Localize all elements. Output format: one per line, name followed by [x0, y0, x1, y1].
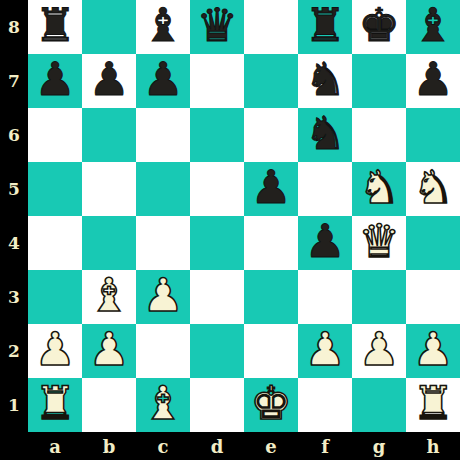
- square-a8[interactable]: ♜: [28, 0, 82, 54]
- square-f2[interactable]: ♟: [298, 324, 352, 378]
- square-a7[interactable]: ♟: [28, 54, 82, 108]
- piece-white-king[interactable]: ♚: [250, 380, 291, 426]
- piece-white-pawn[interactable]: ♟: [304, 326, 345, 372]
- piece-black-pawn[interactable]: ♟: [34, 56, 75, 102]
- square-b4[interactable]: [82, 216, 136, 270]
- piece-white-queen[interactable]: ♛: [358, 218, 399, 264]
- square-c6[interactable]: [136, 108, 190, 162]
- piece-black-queen[interactable]: ♛: [196, 2, 237, 48]
- square-e6[interactable]: [244, 108, 298, 162]
- square-d5[interactable]: [190, 162, 244, 216]
- square-a5[interactable]: [28, 162, 82, 216]
- piece-black-pawn[interactable]: ♟: [304, 218, 345, 264]
- square-a6[interactable]: [28, 108, 82, 162]
- square-g4[interactable]: ♛: [352, 216, 406, 270]
- square-c1[interactable]: ♝: [136, 378, 190, 432]
- square-d7[interactable]: [190, 54, 244, 108]
- square-c8[interactable]: ♝: [136, 0, 190, 54]
- square-h5[interactable]: ♞: [406, 162, 460, 216]
- square-b7[interactable]: ♟: [82, 54, 136, 108]
- square-a2[interactable]: ♟: [28, 324, 82, 378]
- square-b8[interactable]: [82, 0, 136, 54]
- piece-white-knight[interactable]: ♞: [412, 164, 453, 210]
- square-c2[interactable]: [136, 324, 190, 378]
- rank-label-7: 7: [0, 54, 28, 108]
- piece-black-rook[interactable]: ♜: [34, 2, 75, 48]
- piece-white-pawn[interactable]: ♟: [88, 326, 129, 372]
- square-e7[interactable]: [244, 54, 298, 108]
- chess-board-frame: 8♜♝♛♜♚♝7♟♟♟♞♟6♞5♟♞♞4♟♛3♝♟2♟♟♟♟♟1♜♝♚♜abcd…: [0, 0, 460, 460]
- square-g6[interactable]: [352, 108, 406, 162]
- square-c4[interactable]: [136, 216, 190, 270]
- piece-white-knight[interactable]: ♞: [358, 164, 399, 210]
- file-label-d: d: [190, 432, 244, 460]
- square-c7[interactable]: ♟: [136, 54, 190, 108]
- rank-label-4: 4: [0, 216, 28, 270]
- square-d3[interactable]: [190, 270, 244, 324]
- square-g2[interactable]: ♟: [352, 324, 406, 378]
- square-b1[interactable]: [82, 378, 136, 432]
- square-b5[interactable]: [82, 162, 136, 216]
- piece-black-bishop[interactable]: ♝: [142, 2, 183, 48]
- piece-white-pawn[interactable]: ♟: [358, 326, 399, 372]
- piece-white-pawn[interactable]: ♟: [34, 326, 75, 372]
- square-b2[interactable]: ♟: [82, 324, 136, 378]
- piece-black-pawn[interactable]: ♟: [88, 56, 129, 102]
- square-f3[interactable]: [298, 270, 352, 324]
- square-e1[interactable]: ♚: [244, 378, 298, 432]
- square-b3[interactable]: ♝: [82, 270, 136, 324]
- piece-black-knight[interactable]: ♞: [304, 56, 345, 102]
- rank-label-8: 8: [0, 0, 28, 54]
- square-h7[interactable]: ♟: [406, 54, 460, 108]
- square-f1[interactable]: [298, 378, 352, 432]
- piece-black-knight[interactable]: ♞: [304, 110, 345, 156]
- chess-board: 8♜♝♛♜♚♝7♟♟♟♞♟6♞5♟♞♞4♟♛3♝♟2♟♟♟♟♟1♜♝♚♜abcd…: [0, 0, 460, 460]
- piece-white-bishop[interactable]: ♝: [142, 380, 183, 426]
- rank-label-6: 6: [0, 108, 28, 162]
- file-label-a: a: [28, 432, 82, 460]
- square-f8[interactable]: ♜: [298, 0, 352, 54]
- piece-black-king[interactable]: ♚: [358, 2, 399, 48]
- square-f7[interactable]: ♞: [298, 54, 352, 108]
- square-b6[interactable]: [82, 108, 136, 162]
- square-a4[interactable]: [28, 216, 82, 270]
- square-e8[interactable]: [244, 0, 298, 54]
- square-g3[interactable]: [352, 270, 406, 324]
- square-f4[interactable]: ♟: [298, 216, 352, 270]
- piece-black-pawn[interactable]: ♟: [412, 56, 453, 102]
- square-e5[interactable]: ♟: [244, 162, 298, 216]
- square-h1[interactable]: ♜: [406, 378, 460, 432]
- file-label-c: c: [136, 432, 190, 460]
- piece-white-rook[interactable]: ♜: [412, 380, 453, 426]
- square-d8[interactable]: ♛: [190, 0, 244, 54]
- piece-black-rook[interactable]: ♜: [304, 2, 345, 48]
- square-a3[interactable]: [28, 270, 82, 324]
- square-d6[interactable]: [190, 108, 244, 162]
- piece-white-bishop[interactable]: ♝: [88, 272, 129, 318]
- piece-black-pawn[interactable]: ♟: [142, 56, 183, 102]
- file-label-h: h: [406, 432, 460, 460]
- square-h3[interactable]: [406, 270, 460, 324]
- rank-label-1: 1: [0, 378, 28, 432]
- square-f6[interactable]: ♞: [298, 108, 352, 162]
- piece-white-rook[interactable]: ♜: [34, 380, 75, 426]
- square-c5[interactable]: [136, 162, 190, 216]
- file-label-g: g: [352, 432, 406, 460]
- file-label-e: e: [244, 432, 298, 460]
- square-g1[interactable]: [352, 378, 406, 432]
- square-f5[interactable]: [298, 162, 352, 216]
- square-e3[interactable]: [244, 270, 298, 324]
- piece-black-pawn[interactable]: ♟: [250, 164, 291, 210]
- square-d2[interactable]: [190, 324, 244, 378]
- square-a1[interactable]: ♜: [28, 378, 82, 432]
- square-h4[interactable]: [406, 216, 460, 270]
- square-d4[interactable]: [190, 216, 244, 270]
- file-label-f: f: [298, 432, 352, 460]
- piece-white-pawn[interactable]: ♟: [412, 326, 453, 372]
- square-h6[interactable]: [406, 108, 460, 162]
- rank-label-2: 2: [0, 324, 28, 378]
- rank-label-3: 3: [0, 270, 28, 324]
- square-h2[interactable]: ♟: [406, 324, 460, 378]
- file-label-b: b: [82, 432, 136, 460]
- square-e4[interactable]: [244, 216, 298, 270]
- square-g8[interactable]: ♚: [352, 0, 406, 54]
- square-g5[interactable]: ♞: [352, 162, 406, 216]
- square-g7[interactable]: [352, 54, 406, 108]
- square-c3[interactable]: ♟: [136, 270, 190, 324]
- square-d1[interactable]: [190, 378, 244, 432]
- square-e2[interactable]: [244, 324, 298, 378]
- rank-label-5: 5: [0, 162, 28, 216]
- piece-white-pawn[interactable]: ♟: [142, 272, 183, 318]
- piece-black-bishop[interactable]: ♝: [412, 2, 453, 48]
- square-h8[interactable]: ♝: [406, 0, 460, 54]
- board-corner: [0, 432, 28, 460]
